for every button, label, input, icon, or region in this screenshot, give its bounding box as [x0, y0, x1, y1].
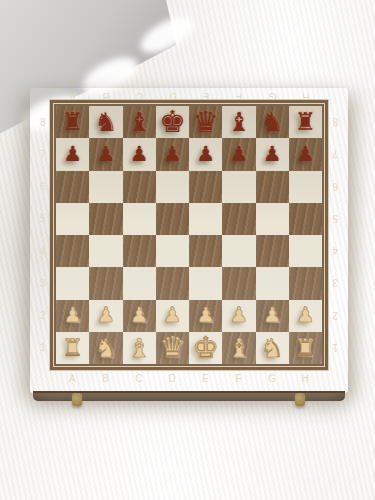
- light-bishop-c1: ♝: [127, 335, 150, 361]
- dark-rook-a8: ♜: [62, 110, 84, 134]
- coord-label-a: A: [56, 88, 89, 106]
- square-e4[interactable]: [189, 235, 222, 267]
- square-f1[interactable]: ♝: [222, 332, 255, 364]
- square-c2[interactable]: ♟: [123, 300, 156, 332]
- light-pawn-d2: ♟: [163, 305, 182, 326]
- square-a6[interactable]: [56, 171, 89, 203]
- square-c6[interactable]: [123, 171, 156, 203]
- light-knight-b1: ♞: [94, 335, 117, 361]
- light-pawn-a2: ♟: [63, 305, 82, 326]
- square-d7[interactable]: ♟: [156, 138, 189, 170]
- dark-knight-g8: ♞: [260, 109, 283, 135]
- square-g7[interactable]: ♟: [256, 138, 289, 170]
- coord-label-7: 7: [322, 138, 348, 170]
- rank-labels-right: 87654321: [322, 106, 348, 364]
- light-queen-d1: ♛: [159, 333, 185, 362]
- square-f3[interactable]: [222, 267, 255, 299]
- dark-pawn-c7: ♟: [130, 144, 149, 165]
- coord-label-1: 1: [322, 332, 348, 364]
- square-g6[interactable]: [256, 171, 289, 203]
- square-f2[interactable]: ♟: [222, 300, 255, 332]
- square-h2[interactable]: ♟: [289, 300, 322, 332]
- coord-label-b: B: [89, 88, 122, 106]
- coord-label-g: G: [256, 88, 289, 106]
- coord-label-e: E: [189, 364, 222, 393]
- square-g8[interactable]: ♞: [256, 106, 289, 138]
- dark-king-d8: ♚: [159, 107, 186, 137]
- coord-label-b: B: [89, 364, 122, 393]
- square-h8[interactable]: ♜: [289, 106, 322, 138]
- dark-bishop-c8: ♝: [127, 109, 150, 135]
- dark-pawn-a7: ♟: [63, 144, 82, 165]
- light-pawn-e2: ♟: [196, 305, 215, 326]
- dark-bishop-f8: ♝: [227, 109, 250, 135]
- square-d3[interactable]: [156, 267, 189, 299]
- square-g3[interactable]: [256, 267, 289, 299]
- dark-queen-e8: ♛: [193, 108, 219, 137]
- square-g2[interactable]: ♟: [256, 300, 289, 332]
- square-h7[interactable]: ♟: [289, 138, 322, 170]
- coord-label-g: G: [256, 364, 289, 393]
- light-pawn-f2: ♟: [229, 305, 248, 326]
- square-h1[interactable]: ♜: [289, 332, 322, 364]
- square-a8[interactable]: ♜: [56, 106, 89, 138]
- square-d6[interactable]: [156, 171, 189, 203]
- square-d1[interactable]: ♛: [156, 332, 189, 364]
- square-f5[interactable]: [222, 203, 255, 235]
- coord-label-6: 6: [322, 171, 348, 203]
- coord-label-7: 7: [30, 138, 56, 170]
- square-e7[interactable]: ♟: [189, 138, 222, 170]
- square-e6[interactable]: [189, 171, 222, 203]
- dark-pawn-d7: ♟: [163, 144, 182, 165]
- square-e5[interactable]: [189, 203, 222, 235]
- square-a5[interactable]: [56, 203, 89, 235]
- square-a2[interactable]: ♟: [56, 300, 89, 332]
- square-f4[interactable]: [222, 235, 255, 267]
- coord-label-8: 8: [30, 106, 56, 138]
- square-b6[interactable]: [89, 171, 122, 203]
- board-grid: ♜♞♝♚♛♝♞♜♟♟♟♟♟♟♟♟♟♟♟♟♟♟♟♟♜♞♝♛♚♝♞♜: [56, 106, 322, 364]
- square-d5[interactable]: [156, 203, 189, 235]
- square-a3[interactable]: [56, 267, 89, 299]
- square-g4[interactable]: [256, 235, 289, 267]
- square-b7[interactable]: ♟: [89, 138, 122, 170]
- square-a4[interactable]: [56, 235, 89, 267]
- square-h6[interactable]: [289, 171, 322, 203]
- light-king-e1: ♚: [192, 333, 219, 363]
- coord-label-c: C: [123, 88, 156, 106]
- square-c5[interactable]: [123, 203, 156, 235]
- rank-labels-left: 87654321: [30, 106, 56, 364]
- playing-area: ♜♞♝♚♛♝♞♜♟♟♟♟♟♟♟♟♟♟♟♟♟♟♟♟♜♞♝♛♚♝♞♜: [56, 106, 322, 364]
- square-e8[interactable]: ♛: [189, 106, 222, 138]
- square-b1[interactable]: ♞: [89, 332, 122, 364]
- square-d8[interactable]: ♚: [156, 106, 189, 138]
- dark-pawn-f7: ♟: [229, 144, 248, 165]
- dark-pawn-g7: ♟: [263, 144, 282, 165]
- brass-hinge-right: [295, 393, 305, 406]
- brass-hinge-left: [72, 393, 82, 406]
- light-pawn-b2: ♟: [96, 305, 115, 326]
- coord-label-a: A: [56, 364, 89, 393]
- light-pawn-h2: ♟: [296, 305, 315, 326]
- square-a7[interactable]: ♟: [56, 138, 89, 170]
- coord-label-2: 2: [322, 300, 348, 332]
- chess-board: ABCDEFGH 87654321 87654321 ABCDEFGH ♜♞♝♚…: [30, 88, 348, 393]
- dark-rook-h8: ♜: [295, 110, 317, 134]
- square-f6[interactable]: [222, 171, 255, 203]
- square-f7[interactable]: ♟: [222, 138, 255, 170]
- square-b5[interactable]: [89, 203, 122, 235]
- square-d4[interactable]: [156, 235, 189, 267]
- coord-label-8: 8: [322, 106, 348, 138]
- square-f8[interactable]: ♝: [222, 106, 255, 138]
- coord-label-2: 2: [30, 300, 56, 332]
- light-pawn-c2: ♟: [130, 305, 149, 326]
- square-e1[interactable]: ♚: [189, 332, 222, 364]
- square-h5[interactable]: [289, 203, 322, 235]
- light-rook-a1: ♜: [62, 336, 84, 360]
- square-e3[interactable]: [189, 267, 222, 299]
- coord-label-3: 3: [322, 267, 348, 299]
- photo-chess-set-on-rug: ABCDEFGH 87654321 87654321 ABCDEFGH ♜♞♝♚…: [0, 0, 375, 500]
- file-labels-top: ABCDEFGH: [56, 88, 322, 106]
- coord-label-f: F: [222, 88, 255, 106]
- square-b2[interactable]: ♟: [89, 300, 122, 332]
- light-pawn-g2: ♟: [263, 305, 282, 326]
- dark-pawn-h7: ♟: [296, 144, 315, 165]
- square-b8[interactable]: ♞: [89, 106, 122, 138]
- light-rook-h1: ♜: [295, 336, 317, 360]
- square-a1[interactable]: ♜: [56, 332, 89, 364]
- dark-knight-b8: ♞: [94, 109, 117, 135]
- square-c4[interactable]: [123, 235, 156, 267]
- coord-label-h: H: [289, 88, 322, 106]
- square-b3[interactable]: [89, 267, 122, 299]
- coord-label-d: D: [156, 364, 189, 393]
- coord-label-4: 4: [322, 235, 348, 267]
- coord-label-4: 4: [30, 235, 56, 267]
- coord-label-e: E: [189, 88, 222, 106]
- square-c3[interactable]: [123, 267, 156, 299]
- square-b4[interactable]: [89, 235, 122, 267]
- square-g5[interactable]: [256, 203, 289, 235]
- square-e2[interactable]: ♟: [189, 300, 222, 332]
- coord-label-5: 5: [30, 203, 56, 235]
- coord-label-f: F: [222, 364, 255, 393]
- square-d2[interactable]: ♟: [156, 300, 189, 332]
- coord-label-c: C: [123, 364, 156, 393]
- square-h3[interactable]: [289, 267, 322, 299]
- square-g1[interactable]: ♞: [256, 332, 289, 364]
- square-c1[interactable]: ♝: [123, 332, 156, 364]
- coord-label-6: 6: [30, 171, 56, 203]
- coord-label-1: 1: [30, 332, 56, 364]
- coord-label-5: 5: [322, 203, 348, 235]
- light-bishop-f1: ♝: [227, 335, 250, 361]
- square-c7[interactable]: ♟: [123, 138, 156, 170]
- light-knight-g1: ♞: [260, 335, 283, 361]
- dark-pawn-b7: ♟: [96, 144, 115, 165]
- dark-pawn-e7: ♟: [196, 144, 215, 165]
- coord-label-h: H: [289, 364, 322, 393]
- coord-label-3: 3: [30, 267, 56, 299]
- file-labels-bottom: ABCDEFGH: [56, 364, 322, 393]
- square-h4[interactable]: [289, 235, 322, 267]
- square-c8[interactable]: ♝: [123, 106, 156, 138]
